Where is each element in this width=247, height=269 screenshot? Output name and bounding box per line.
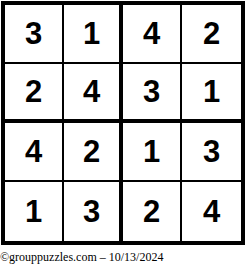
cell-r4c4: 4: [182, 182, 241, 241]
cell-r4c1: 1: [5, 182, 64, 241]
sudoku-board: 3142243142131324: [1, 1, 245, 245]
copyright-credit: ©grouppuzzles.com – 10/13/2024: [0, 250, 247, 264]
cell-r4c2: 3: [64, 182, 123, 241]
cell-r2c3: 3: [123, 64, 182, 123]
cell-r3c4: 3: [182, 123, 241, 182]
cell-r4c3: 2: [123, 182, 182, 241]
cell-r1c3: 4: [123, 5, 182, 64]
cell-r1c4: 2: [182, 5, 241, 64]
cell-r3c3: 1: [123, 123, 182, 182]
cell-r3c2: 2: [64, 123, 123, 182]
cell-r2c4: 1: [182, 64, 241, 123]
sudoku-page: 3142243142131324 ©grouppuzzles.com – 10/…: [0, 0, 247, 269]
cell-r2c1: 2: [5, 64, 64, 123]
cell-r3c1: 4: [5, 123, 64, 182]
cell-r1c1: 3: [5, 5, 64, 64]
cell-r2c2: 4: [64, 64, 123, 123]
cell-r1c2: 1: [64, 5, 123, 64]
